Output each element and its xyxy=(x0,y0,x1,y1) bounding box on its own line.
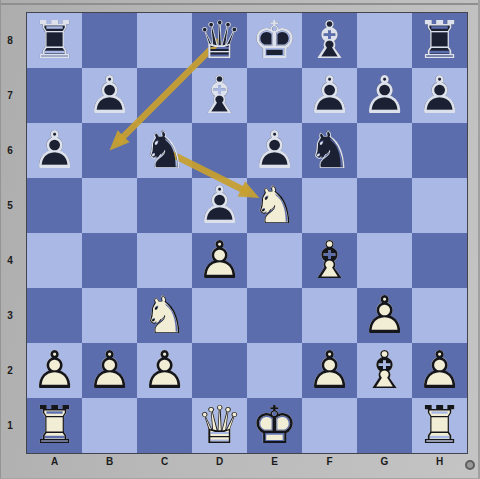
piece-glyph-fill: ♜ xyxy=(27,398,82,453)
piece-white-rook-a1[interactable]: ♜♖ xyxy=(27,398,82,453)
file-label-c: C xyxy=(137,456,192,470)
rank-label-1: 1 xyxy=(0,398,20,453)
piece-glyph-fill: ♜ xyxy=(412,13,467,68)
piece-glyph-outline: ♗ xyxy=(302,13,357,68)
piece-glyph-outline: ♔ xyxy=(247,13,302,68)
piece-white-pawn-f2[interactable]: ♟♙ xyxy=(302,343,357,398)
piece-glyph-fill: ♝ xyxy=(192,68,247,123)
piece-glyph-fill: ♟ xyxy=(27,123,82,178)
piece-glyph-fill: ♞ xyxy=(137,288,192,343)
piece-black-pawn-f7[interactable]: ♟♙ xyxy=(302,68,357,123)
piece-glyph-outline: ♙ xyxy=(27,123,82,178)
piece-glyph-outline: ♙ xyxy=(357,68,412,123)
piece-black-queen-d8[interactable]: ♛♕ xyxy=(192,13,247,68)
piece-black-rook-a8[interactable]: ♜♖ xyxy=(27,13,82,68)
piece-glyph-outline: ♙ xyxy=(302,343,357,398)
chess-board: ♜♖♛♕♚♔♝♗♜♖♟♙♝♗♟♙♟♙♟♙♟♙♞♘♟♙♞♘♟♙♞♘♟♙♝♗♞♘♟♙… xyxy=(27,13,467,453)
piece-glyph-outline: ♙ xyxy=(192,178,247,233)
piece-glyph-fill: ♟ xyxy=(192,178,247,233)
file-label-h: H xyxy=(412,456,467,470)
piece-white-knight-e5[interactable]: ♞♘ xyxy=(247,178,302,233)
rank-label-4: 4 xyxy=(0,233,20,288)
piece-glyph-fill: ♛ xyxy=(192,13,247,68)
piece-glyph-fill: ♟ xyxy=(302,68,357,123)
piece-black-pawn-b7[interactable]: ♟♙ xyxy=(82,68,137,123)
piece-black-pawn-d5[interactable]: ♟♙ xyxy=(192,178,247,233)
piece-glyph-fill: ♝ xyxy=(302,13,357,68)
piece-white-pawn-b2[interactable]: ♟♙ xyxy=(82,343,137,398)
piece-black-pawn-e6[interactable]: ♟♙ xyxy=(247,123,302,178)
piece-glyph-outline: ♗ xyxy=(357,343,412,398)
piece-glyph-outline: ♗ xyxy=(302,233,357,288)
piece-black-rook-h8[interactable]: ♜♖ xyxy=(412,13,467,68)
rank-label-3: 3 xyxy=(0,288,20,343)
piece-glyph-outline: ♔ xyxy=(247,398,302,453)
piece-black-pawn-g7[interactable]: ♟♙ xyxy=(357,68,412,123)
piece-black-knight-c6[interactable]: ♞♘ xyxy=(137,123,192,178)
piece-glyph-fill: ♟ xyxy=(412,68,467,123)
piece-black-knight-f6[interactable]: ♞♘ xyxy=(302,123,357,178)
file-label-e: E xyxy=(247,456,302,470)
board-pieces: ♜♖♛♕♚♔♝♗♜♖♟♙♝♗♟♙♟♙♟♙♟♙♞♘♟♙♞♘♟♙♞♘♟♙♝♗♞♘♟♙… xyxy=(27,13,467,453)
piece-glyph-fill: ♜ xyxy=(412,398,467,453)
piece-glyph-outline: ♙ xyxy=(82,68,137,123)
piece-glyph-outline: ♙ xyxy=(357,288,412,343)
piece-glyph-outline: ♙ xyxy=(137,343,192,398)
piece-glyph-outline: ♕ xyxy=(192,13,247,68)
piece-white-king-e1[interactable]: ♚♔ xyxy=(247,398,302,453)
piece-glyph-fill: ♟ xyxy=(192,233,247,288)
piece-white-bishop-f4[interactable]: ♝♗ xyxy=(302,233,357,288)
file-label-d: D xyxy=(192,456,247,470)
chess-window: ♜♖♛♕♚♔♝♗♜♖♟♙♝♗♟♙♟♙♟♙♟♙♞♘♟♙♞♘♟♙♞♘♟♙♝♗♞♘♟♙… xyxy=(0,0,480,479)
piece-glyph-outline: ♖ xyxy=(412,13,467,68)
piece-glyph-fill: ♝ xyxy=(357,343,412,398)
piece-glyph-outline: ♙ xyxy=(192,233,247,288)
piece-white-knight-c3[interactable]: ♞♘ xyxy=(137,288,192,343)
piece-white-pawn-c2[interactable]: ♟♙ xyxy=(137,343,192,398)
piece-black-bishop-f8[interactable]: ♝♗ xyxy=(302,13,357,68)
piece-glyph-outline: ♘ xyxy=(247,178,302,233)
piece-glyph-outline: ♖ xyxy=(27,13,82,68)
piece-glyph-fill: ♝ xyxy=(302,233,357,288)
piece-glyph-fill: ♟ xyxy=(82,68,137,123)
rank-label-8: 8 xyxy=(0,13,20,68)
piece-glyph-fill: ♚ xyxy=(247,398,302,453)
file-label-g: G xyxy=(357,456,412,470)
piece-glyph-fill: ♟ xyxy=(412,343,467,398)
piece-glyph-outline: ♘ xyxy=(302,123,357,178)
piece-black-king-e8[interactable]: ♚♔ xyxy=(247,13,302,68)
piece-black-pawn-a6[interactable]: ♟♙ xyxy=(27,123,82,178)
piece-white-queen-d1[interactable]: ♛♕ xyxy=(192,398,247,453)
rank-label-7: 7 xyxy=(0,68,20,123)
piece-glyph-fill: ♟ xyxy=(357,288,412,343)
piece-black-bishop-d7[interactable]: ♝♗ xyxy=(192,68,247,123)
piece-glyph-outline: ♕ xyxy=(192,398,247,453)
rank-label-2: 2 xyxy=(0,343,20,398)
piece-white-pawn-a2[interactable]: ♟♙ xyxy=(27,343,82,398)
piece-glyph-fill: ♞ xyxy=(137,123,192,178)
piece-white-bishop-g2[interactable]: ♝♗ xyxy=(357,343,412,398)
rank-label-6: 6 xyxy=(0,123,20,178)
corner-grip-icon[interactable] xyxy=(465,460,475,470)
piece-glyph-outline: ♙ xyxy=(302,68,357,123)
piece-glyph-outline: ♘ xyxy=(137,288,192,343)
piece-glyph-fill: ♜ xyxy=(27,13,82,68)
piece-glyph-fill: ♞ xyxy=(302,123,357,178)
piece-glyph-fill: ♞ xyxy=(247,178,302,233)
piece-black-pawn-h7[interactable]: ♟♙ xyxy=(412,68,467,123)
piece-glyph-outline: ♘ xyxy=(137,123,192,178)
piece-glyph-outline: ♙ xyxy=(412,68,467,123)
piece-white-pawn-d4[interactable]: ♟♙ xyxy=(192,233,247,288)
piece-glyph-outline: ♙ xyxy=(247,123,302,178)
piece-glyph-outline: ♗ xyxy=(192,68,247,123)
piece-glyph-outline: ♖ xyxy=(27,398,82,453)
piece-glyph-outline: ♙ xyxy=(412,343,467,398)
piece-glyph-fill: ♟ xyxy=(27,343,82,398)
piece-glyph-fill: ♟ xyxy=(137,343,192,398)
piece-glyph-outline: ♙ xyxy=(27,343,82,398)
piece-white-pawn-h2[interactable]: ♟♙ xyxy=(412,343,467,398)
file-label-f: F xyxy=(302,456,357,470)
piece-glyph-fill: ♛ xyxy=(192,398,247,453)
piece-white-rook-h1[interactable]: ♜♖ xyxy=(412,398,467,453)
rank-label-5: 5 xyxy=(0,178,20,233)
piece-glyph-outline: ♖ xyxy=(412,398,467,453)
file-label-b: B xyxy=(82,456,137,470)
piece-glyph-fill: ♟ xyxy=(82,343,137,398)
file-label-a: A xyxy=(27,456,82,470)
piece-white-pawn-g3[interactable]: ♟♙ xyxy=(357,288,412,343)
piece-glyph-fill: ♟ xyxy=(357,68,412,123)
window-top-edge xyxy=(0,3,480,5)
piece-glyph-fill: ♟ xyxy=(302,343,357,398)
piece-glyph-fill: ♟ xyxy=(247,123,302,178)
piece-glyph-fill: ♚ xyxy=(247,13,302,68)
piece-glyph-outline: ♙ xyxy=(82,343,137,398)
